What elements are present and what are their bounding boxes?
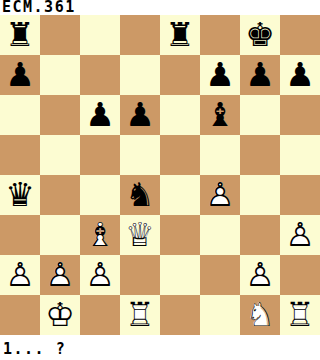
square-a7[interactable]: ♟: [0, 55, 40, 95]
square-d4[interactable]: ♞: [120, 175, 160, 215]
square-e2[interactable]: [160, 255, 200, 295]
square-a1[interactable]: [0, 295, 40, 335]
black-king-piece: ♚: [240, 15, 280, 55]
black-rook-piece: ♜: [160, 15, 200, 55]
square-h7[interactable]: ♟: [280, 55, 320, 95]
black-pawn-piece: ♟: [80, 95, 120, 135]
square-f4[interactable]: ♟: [200, 175, 240, 215]
square-e1[interactable]: [160, 295, 200, 335]
square-a2[interactable]: ♟: [0, 255, 40, 295]
square-g6[interactable]: [240, 95, 280, 135]
square-g3[interactable]: [240, 215, 280, 255]
square-b6[interactable]: [40, 95, 80, 135]
black-knight-piece: ♞: [120, 175, 160, 215]
white-rook-piece: ♜: [280, 295, 320, 335]
black-pawn-piece: ♟: [240, 55, 280, 95]
square-d3[interactable]: ♛: [120, 215, 160, 255]
square-b8[interactable]: [40, 15, 80, 55]
square-b1[interactable]: ♚: [40, 295, 80, 335]
chess-app-window: ECM.361 ♜♜♚♟♟♟♟♟♟♝♛♞♟♝♛♟♟♟♟♟♚♜♞♜ 1... ?: [0, 0, 320, 360]
square-c5[interactable]: [80, 135, 120, 175]
square-a8[interactable]: ♜: [0, 15, 40, 55]
square-g1[interactable]: ♞: [240, 295, 280, 335]
square-d7[interactable]: [120, 55, 160, 95]
white-pawn-piece: ♟: [80, 255, 120, 295]
square-h2[interactable]: [280, 255, 320, 295]
square-c1[interactable]: [80, 295, 120, 335]
square-h6[interactable]: [280, 95, 320, 135]
white-queen-piece: ♛: [120, 215, 160, 255]
square-a3[interactable]: [0, 215, 40, 255]
white-knight-piece: ♞: [240, 295, 280, 335]
square-h1[interactable]: ♜: [280, 295, 320, 335]
square-d5[interactable]: [120, 135, 160, 175]
square-f7[interactable]: ♟: [200, 55, 240, 95]
white-pawn-piece: ♟: [280, 215, 320, 255]
square-d6[interactable]: ♟: [120, 95, 160, 135]
square-e7[interactable]: [160, 55, 200, 95]
square-h3[interactable]: ♟: [280, 215, 320, 255]
black-pawn-piece: ♟: [120, 95, 160, 135]
black-rook-piece: ♜: [0, 15, 40, 55]
square-f3[interactable]: [200, 215, 240, 255]
square-h4[interactable]: [280, 175, 320, 215]
square-f6[interactable]: ♝: [200, 95, 240, 135]
black-pawn-piece: ♟: [0, 55, 40, 95]
puzzle-title: ECM.361: [0, 0, 320, 15]
white-pawn-piece: ♟: [40, 255, 80, 295]
square-c8[interactable]: [80, 15, 120, 55]
square-a4[interactable]: ♛: [0, 175, 40, 215]
square-c7[interactable]: [80, 55, 120, 95]
white-pawn-piece: ♟: [0, 255, 40, 295]
square-g2[interactable]: ♟: [240, 255, 280, 295]
square-e3[interactable]: [160, 215, 200, 255]
square-d8[interactable]: [120, 15, 160, 55]
square-e4[interactable]: [160, 175, 200, 215]
chess-board: ♜♜♚♟♟♟♟♟♟♝♛♞♟♝♛♟♟♟♟♟♚♜♞♜: [0, 15, 320, 335]
square-b4[interactable]: [40, 175, 80, 215]
black-pawn-piece: ♟: [280, 55, 320, 95]
square-d2[interactable]: [120, 255, 160, 295]
black-bishop-piece: ♝: [200, 95, 240, 135]
white-pawn-piece: ♟: [240, 255, 280, 295]
square-a5[interactable]: [0, 135, 40, 175]
square-c6[interactable]: ♟: [80, 95, 120, 135]
square-b2[interactable]: ♟: [40, 255, 80, 295]
square-f5[interactable]: [200, 135, 240, 175]
square-g8[interactable]: ♚: [240, 15, 280, 55]
square-b5[interactable]: [40, 135, 80, 175]
square-e5[interactable]: [160, 135, 200, 175]
move-prompt: 1... ?: [0, 335, 320, 360]
square-c3[interactable]: ♝: [80, 215, 120, 255]
square-h5[interactable]: [280, 135, 320, 175]
square-b7[interactable]: [40, 55, 80, 95]
square-c2[interactable]: ♟: [80, 255, 120, 295]
square-d1[interactable]: ♜: [120, 295, 160, 335]
square-c4[interactable]: [80, 175, 120, 215]
white-rook-piece: ♜: [120, 295, 160, 335]
square-f8[interactable]: [200, 15, 240, 55]
square-b3[interactable]: [40, 215, 80, 255]
white-pawn-piece: ♟: [200, 175, 240, 215]
square-h8[interactable]: [280, 15, 320, 55]
white-king-piece: ♚: [40, 295, 80, 335]
square-f2[interactable]: [200, 255, 240, 295]
square-g7[interactable]: ♟: [240, 55, 280, 95]
square-e6[interactable]: [160, 95, 200, 135]
white-bishop-piece: ♝: [80, 215, 120, 255]
square-a6[interactable]: [0, 95, 40, 135]
square-e8[interactable]: ♜: [160, 15, 200, 55]
square-g4[interactable]: [240, 175, 280, 215]
square-g5[interactable]: [240, 135, 280, 175]
black-queen-piece: ♛: [0, 175, 40, 215]
square-f1[interactable]: [200, 295, 240, 335]
black-pawn-piece: ♟: [200, 55, 240, 95]
